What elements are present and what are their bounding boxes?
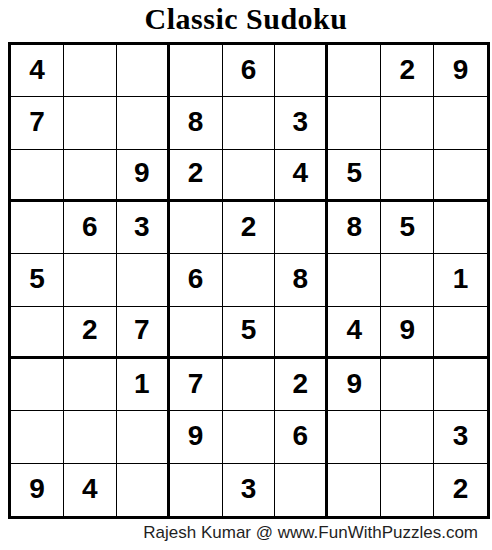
- sudoku-cell-r8c4: 9: [170, 411, 223, 463]
- sudoku-cell-r7c1[interactable]: [11, 359, 64, 411]
- sudoku-cell-r6c7: 4: [328, 307, 381, 359]
- sudoku-cell-r8c1[interactable]: [11, 411, 64, 463]
- sudoku-cell-r5c8[interactable]: [381, 254, 434, 306]
- sudoku-cell-r1c4[interactable]: [170, 45, 223, 97]
- sudoku-cell-r5c4: 6: [170, 254, 223, 306]
- sudoku-cell-r1c7[interactable]: [328, 45, 381, 97]
- sudoku-cell-r5c1: 5: [11, 254, 64, 306]
- sudoku-cell-r9c8[interactable]: [381, 464, 434, 516]
- sudoku-cell-r9c3[interactable]: [117, 464, 170, 516]
- sudoku-cell-r9c4[interactable]: [170, 464, 223, 516]
- sudoku-cell-r6c3: 7: [117, 307, 170, 359]
- sudoku-cell-r4c5: 2: [223, 202, 276, 254]
- sudoku-cell-r3c7: 5: [328, 150, 381, 202]
- sudoku-cell-r1c5: 6: [223, 45, 276, 97]
- sudoku-cell-r6c8: 9: [381, 307, 434, 359]
- sudoku-cell-r9c9: 2: [434, 464, 487, 516]
- sudoku-board: 462978392456328556812754917299639432: [8, 42, 490, 519]
- sudoku-cell-r4c1[interactable]: [11, 202, 64, 254]
- sudoku-cell-r8c5[interactable]: [223, 411, 276, 463]
- sudoku-cell-r1c9: 9: [434, 45, 487, 97]
- sudoku-cell-r8c7[interactable]: [328, 411, 381, 463]
- sudoku-cell-r7c6: 2: [275, 359, 328, 411]
- sudoku-cell-r5c3[interactable]: [117, 254, 170, 306]
- sudoku-cell-r2c6: 3: [275, 97, 328, 149]
- sudoku-cell-r3c6: 4: [275, 150, 328, 202]
- sudoku-cell-r3c3: 9: [117, 150, 170, 202]
- sudoku-cell-r4c9[interactable]: [434, 202, 487, 254]
- sudoku-cell-r2c1: 7: [11, 97, 64, 149]
- sudoku-cell-r2c9[interactable]: [434, 97, 487, 149]
- sudoku-cell-r4c7: 8: [328, 202, 381, 254]
- sudoku-cell-r9c7[interactable]: [328, 464, 381, 516]
- sudoku-cell-r7c5[interactable]: [223, 359, 276, 411]
- sudoku-cell-r5c9: 1: [434, 254, 487, 306]
- sudoku-cell-r4c6[interactable]: [275, 202, 328, 254]
- sudoku-cell-r7c9[interactable]: [434, 359, 487, 411]
- sudoku-cell-r2c5[interactable]: [223, 97, 276, 149]
- sudoku-cell-r3c8[interactable]: [381, 150, 434, 202]
- sudoku-cell-r6c1[interactable]: [11, 307, 64, 359]
- sudoku-cell-r2c2[interactable]: [64, 97, 117, 149]
- sudoku-cell-r6c5: 5: [223, 307, 276, 359]
- sudoku-cell-r9c2: 4: [64, 464, 117, 516]
- sudoku-cell-r7c7: 9: [328, 359, 381, 411]
- sudoku-cell-r3c9[interactable]: [434, 150, 487, 202]
- sudoku-cell-r2c8[interactable]: [381, 97, 434, 149]
- sudoku-cell-r1c6[interactable]: [275, 45, 328, 97]
- sudoku-cell-r9c6[interactable]: [275, 464, 328, 516]
- sudoku-cell-r3c1[interactable]: [11, 150, 64, 202]
- sudoku-cell-r4c3: 3: [117, 202, 170, 254]
- sudoku-cell-r5c2[interactable]: [64, 254, 117, 306]
- sudoku-cell-r8c2[interactable]: [64, 411, 117, 463]
- sudoku-cell-r2c3[interactable]: [117, 97, 170, 149]
- sudoku-cell-r5c5[interactable]: [223, 254, 276, 306]
- sudoku-cell-r1c2[interactable]: [64, 45, 117, 97]
- sudoku-cell-r6c6[interactable]: [275, 307, 328, 359]
- sudoku-cell-r6c4[interactable]: [170, 307, 223, 359]
- sudoku-cell-r8c9: 3: [434, 411, 487, 463]
- sudoku-cell-r9c1: 9: [11, 464, 64, 516]
- sudoku-cell-r1c3[interactable]: [117, 45, 170, 97]
- sudoku-cell-r2c4: 8: [170, 97, 223, 149]
- sudoku-cell-r7c8[interactable]: [381, 359, 434, 411]
- sudoku-cell-r7c4: 7: [170, 359, 223, 411]
- sudoku-cell-r4c2: 6: [64, 202, 117, 254]
- attribution-text: Rajesh Kumar @ www.FunWithPuzzles.com: [143, 523, 478, 543]
- sudoku-cell-r4c4[interactable]: [170, 202, 223, 254]
- sudoku-cell-r5c6: 8: [275, 254, 328, 306]
- sudoku-cell-r3c2[interactable]: [64, 150, 117, 202]
- sudoku-cell-r7c3: 1: [117, 359, 170, 411]
- sudoku-cell-r1c1: 4: [11, 45, 64, 97]
- sudoku-cell-r2c7[interactable]: [328, 97, 381, 149]
- sudoku-cell-r3c5[interactable]: [223, 150, 276, 202]
- sudoku-cell-r8c3[interactable]: [117, 411, 170, 463]
- sudoku-cell-r6c9[interactable]: [434, 307, 487, 359]
- sudoku-cell-r7c2[interactable]: [64, 359, 117, 411]
- sudoku-cell-r4c8: 5: [381, 202, 434, 254]
- sudoku-cell-r1c8: 2: [381, 45, 434, 97]
- sudoku-cell-r5c7[interactable]: [328, 254, 381, 306]
- sudoku-cell-r8c6: 6: [275, 411, 328, 463]
- sudoku-cell-r8c8[interactable]: [381, 411, 434, 463]
- puzzle-title: Classic Sudoku: [0, 0, 492, 40]
- sudoku-cell-r9c5: 3: [223, 464, 276, 516]
- sudoku-cell-r6c2: 2: [64, 307, 117, 359]
- sudoku-cell-r3c4: 2: [170, 150, 223, 202]
